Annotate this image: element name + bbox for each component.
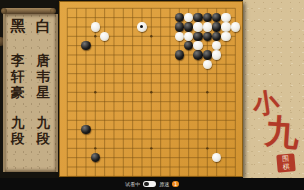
black-stone-C6 [81,125,90,134]
black-stone-P18 [193,13,202,22]
black-stone-N17 [175,22,184,31]
black-stone-N14 [175,50,184,59]
white-stone-Q17 [203,22,212,31]
replay-control-bar: 试看中 原速 1 [0,178,304,190]
star-point [94,147,96,149]
white-color-label: 白 [33,18,53,35]
player-info-scroll: 黑 李轩豪 九段 白 唐韦星 九段 [0,0,58,178]
white-stone-Q13 [203,60,212,69]
logo-seal-text: 围棋 [281,155,291,172]
replay-status-label: 试看中 [125,181,140,187]
move-count-badge[interactable]: 1 [172,181,179,188]
white-stone-J17 [137,22,146,31]
white-stone-P17 [193,22,202,31]
white-stone-R14 [212,50,221,59]
star-point [150,35,152,37]
black-stone-Q14 [203,50,212,59]
white-stone-N16 [175,32,184,41]
black-player-column: 黑 李轩豪 九段 [8,18,28,146]
toggle-knob-icon [144,182,149,187]
star-point [94,35,96,37]
black-player-rank: 九段 [10,114,26,146]
black-color-label: 黑 [8,18,28,35]
logo-seal-stamp: 围棋 [276,153,296,173]
playback-toggle[interactable] [143,181,156,188]
white-stone-T17 [231,22,240,31]
white-stone-D17 [91,22,100,31]
star-point [150,147,152,149]
black-stone-C15 [81,41,90,50]
white-stone-S17 [221,22,230,31]
white-player-rank: 九段 [35,114,51,146]
last-move-marker-icon [140,25,143,28]
star-point [206,147,208,149]
logo-char-2: 九 [263,109,300,157]
white-stone-S16 [221,32,230,41]
black-stone-R17 [212,22,221,31]
white-player-column: 白 唐韦星 九段 [33,18,53,146]
black-stone-P14 [193,50,202,59]
star-point [94,91,96,93]
replay-speed-label: 原速 [159,181,169,187]
white-stone-S18 [221,13,230,22]
black-stone-P16 [193,32,202,41]
app-logo-watermark: 小 九 围棋 [247,84,304,178]
black-player-name: 李轩豪 [10,52,26,100]
go-board[interactable] [59,1,243,177]
star-point [206,91,208,93]
star-point [150,91,152,93]
black-stone-O17 [184,22,193,31]
white-stone-P15 [193,41,202,50]
white-player-name: 唐韦星 [35,52,51,100]
scroll-parchment: 黑 李轩豪 九段 白 唐韦星 九段 [3,14,58,172]
app-window: 小 九 围棋 黑 李轩豪 九段 白 唐韦星 九段 [0,0,304,190]
black-stone-Q16 [203,32,212,41]
